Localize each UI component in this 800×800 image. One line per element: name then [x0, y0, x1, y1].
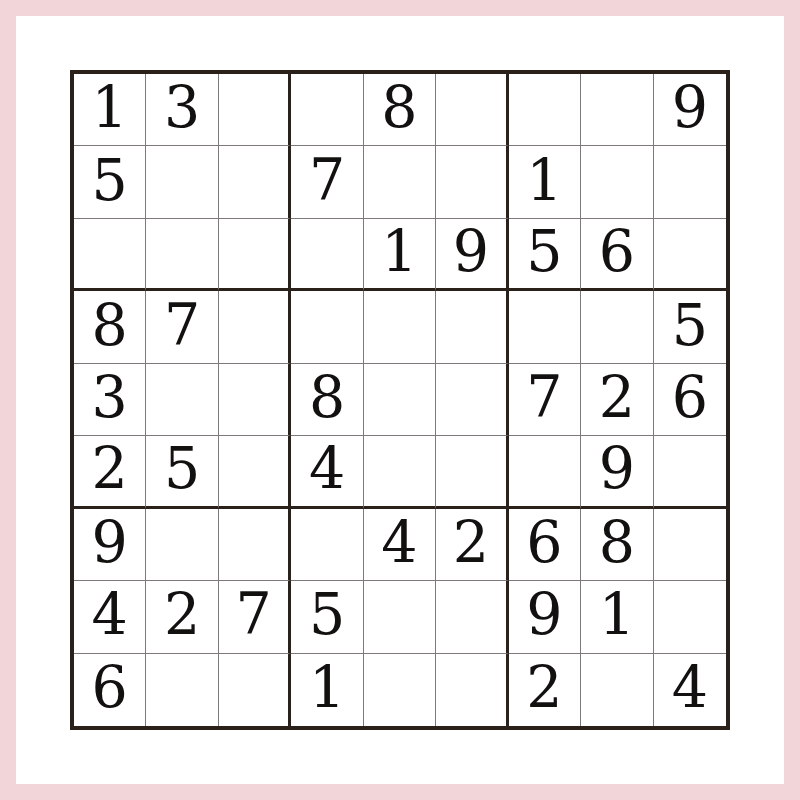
sudoku-cell-r3c9[interactable]	[654, 219, 726, 291]
sudoku-cell-r2c6[interactable]	[436, 146, 508, 218]
sudoku-cell-r7c6[interactable]: 2	[436, 509, 508, 581]
sudoku-cell-r7c3[interactable]	[219, 509, 291, 581]
sudoku-cell-r9c7[interactable]: 2	[509, 654, 581, 726]
sudoku-cell-r6c1[interactable]: 2	[74, 436, 146, 508]
sudoku-cell-r1c9[interactable]: 9	[654, 74, 726, 146]
sudoku-cell-r7c2[interactable]	[146, 509, 218, 581]
sudoku-cell-r9c8[interactable]	[581, 654, 653, 726]
sudoku-cell-r9c5[interactable]	[364, 654, 436, 726]
sudoku-cell-r6c5[interactable]	[364, 436, 436, 508]
sudoku-cell-r6c9[interactable]	[654, 436, 726, 508]
sudoku-cell-r8c5[interactable]	[364, 581, 436, 653]
sudoku-cell-r8c6[interactable]	[436, 581, 508, 653]
sudoku-cell-r8c3[interactable]: 7	[219, 581, 291, 653]
sudoku-cell-r7c7[interactable]: 6	[509, 509, 581, 581]
sudoku-cell-r1c2[interactable]: 3	[146, 74, 218, 146]
sudoku-cell-r6c8[interactable]: 9	[581, 436, 653, 508]
sudoku-cell-r5c7[interactable]: 7	[509, 364, 581, 436]
sudoku-cell-r7c1[interactable]: 9	[74, 509, 146, 581]
sudoku-cell-r2c5[interactable]	[364, 146, 436, 218]
sudoku-cell-r5c2[interactable]	[146, 364, 218, 436]
sudoku-cell-r9c2[interactable]	[146, 654, 218, 726]
sudoku-cell-r7c4[interactable]	[291, 509, 363, 581]
sudoku-cell-r8c9[interactable]	[654, 581, 726, 653]
sudoku-cell-r6c4[interactable]: 4	[291, 436, 363, 508]
sudoku-cell-r8c4[interactable]: 5	[291, 581, 363, 653]
sudoku-cell-r4c3[interactable]	[219, 291, 291, 363]
sudoku-cell-r3c4[interactable]	[291, 219, 363, 291]
sudoku-cell-r8c1[interactable]: 4	[74, 581, 146, 653]
sudoku-cell-r7c8[interactable]: 8	[581, 509, 653, 581]
sudoku-cell-r9c3[interactable]	[219, 654, 291, 726]
sudoku-cell-r4c8[interactable]	[581, 291, 653, 363]
sudoku-cell-r5c5[interactable]	[364, 364, 436, 436]
sudoku-cell-r2c9[interactable]	[654, 146, 726, 218]
sudoku-cell-r2c7[interactable]: 1	[509, 146, 581, 218]
sudoku-cell-r5c1[interactable]: 3	[74, 364, 146, 436]
sudoku-cell-r4c1[interactable]: 8	[74, 291, 146, 363]
sudoku-cell-r3c7[interactable]: 5	[509, 219, 581, 291]
sudoku-cell-r4c6[interactable]	[436, 291, 508, 363]
sudoku-cell-r2c3[interactable]	[219, 146, 291, 218]
sudoku-cell-r7c5[interactable]: 4	[364, 509, 436, 581]
sudoku-cell-r2c1[interactable]: 5	[74, 146, 146, 218]
sudoku-cell-r3c5[interactable]: 1	[364, 219, 436, 291]
sudoku-cell-r6c2[interactable]: 5	[146, 436, 218, 508]
sudoku-cell-r2c2[interactable]	[146, 146, 218, 218]
sudoku-cell-r3c3[interactable]	[219, 219, 291, 291]
sudoku-cell-r3c8[interactable]: 6	[581, 219, 653, 291]
sudoku-cell-r6c6[interactable]	[436, 436, 508, 508]
sudoku-cell-r5c6[interactable]	[436, 364, 508, 436]
sudoku-cell-r1c4[interactable]	[291, 74, 363, 146]
puzzle-panel: 13895711956875387262549942684275916124	[16, 16, 784, 784]
sudoku-cell-r5c8[interactable]: 2	[581, 364, 653, 436]
sudoku-cell-r8c2[interactable]: 2	[146, 581, 218, 653]
sudoku-cell-r9c9[interactable]: 4	[654, 654, 726, 726]
sudoku-cell-r1c6[interactable]	[436, 74, 508, 146]
sudoku-cell-r4c5[interactable]	[364, 291, 436, 363]
page-background: 13895711956875387262549942684275916124	[0, 0, 800, 800]
sudoku-cell-r8c7[interactable]: 9	[509, 581, 581, 653]
sudoku-cell-r1c7[interactable]	[509, 74, 581, 146]
sudoku-cell-r4c2[interactable]: 7	[146, 291, 218, 363]
sudoku-cell-r7c9[interactable]	[654, 509, 726, 581]
sudoku-cell-r4c9[interactable]: 5	[654, 291, 726, 363]
sudoku-cell-r1c5[interactable]: 8	[364, 74, 436, 146]
sudoku-cell-r1c3[interactable]	[219, 74, 291, 146]
sudoku-cell-r4c7[interactable]	[509, 291, 581, 363]
sudoku-cell-r3c6[interactable]: 9	[436, 219, 508, 291]
sudoku-cell-r5c9[interactable]: 6	[654, 364, 726, 436]
sudoku-cell-r2c8[interactable]	[581, 146, 653, 218]
sudoku-cell-r8c8[interactable]: 1	[581, 581, 653, 653]
sudoku-cell-r9c1[interactable]: 6	[74, 654, 146, 726]
sudoku-cell-r1c8[interactable]	[581, 74, 653, 146]
sudoku-cell-r3c2[interactable]	[146, 219, 218, 291]
sudoku-cell-r6c3[interactable]	[219, 436, 291, 508]
sudoku-cell-r5c4[interactable]: 8	[291, 364, 363, 436]
sudoku-cell-r6c7[interactable]	[509, 436, 581, 508]
sudoku-cell-r2c4[interactable]: 7	[291, 146, 363, 218]
sudoku-cell-r4c4[interactable]	[291, 291, 363, 363]
sudoku-cell-r5c3[interactable]	[219, 364, 291, 436]
sudoku-board: 13895711956875387262549942684275916124	[70, 70, 730, 730]
sudoku-cell-r9c4[interactable]: 1	[291, 654, 363, 726]
sudoku-cell-r1c1[interactable]: 1	[74, 74, 146, 146]
sudoku-cell-r3c1[interactable]	[74, 219, 146, 291]
sudoku-cell-r9c6[interactable]	[436, 654, 508, 726]
